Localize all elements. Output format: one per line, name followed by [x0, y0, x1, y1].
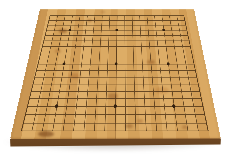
star-point: [167, 62, 170, 65]
grid-cell: [125, 77, 134, 84]
grid-cell: [125, 114, 135, 122]
grid-cell: [145, 123, 156, 132]
grid-cell: [104, 123, 115, 132]
grid-cell: [94, 123, 105, 132]
grid-cell: [96, 91, 106, 98]
grid-cell: [86, 98, 96, 106]
wood-stain: [137, 119, 143, 123]
grid-cell: [116, 77, 125, 84]
grid-cell: [95, 114, 106, 122]
wood-stain: [55, 49, 61, 53]
grid-cell: [115, 114, 125, 122]
grid-cell: [135, 123, 146, 132]
grid-cell: [195, 114, 207, 122]
star-point: [115, 29, 118, 31]
grid-cell: [106, 84, 116, 91]
wood-stain: [108, 93, 118, 98]
grid-cell: [192, 98, 203, 106]
grid-cell: [145, 114, 156, 122]
star-point: [162, 29, 165, 31]
grid-cell: [84, 123, 95, 132]
grid-cell: [134, 84, 144, 91]
grid-cell: [105, 114, 115, 122]
goban-photo: [0, 0, 227, 156]
grid-cell: [125, 106, 135, 114]
grid-cell: [125, 70, 134, 77]
grid-cell: [98, 70, 107, 77]
grid-cell: [116, 70, 125, 77]
grid-cell: [85, 106, 96, 114]
grid-cell: [134, 77, 143, 84]
grid-cell: [145, 106, 155, 114]
star-point: [172, 104, 176, 108]
goban-grid: [21, 16, 209, 132]
grid-cell: [188, 77, 198, 84]
wood-stain: [125, 124, 133, 128]
grid-cell: [193, 106, 204, 114]
grid-cell: [115, 123, 125, 132]
grid-cell: [135, 98, 145, 106]
grid-cell: [97, 77, 107, 84]
grid-cell: [134, 91, 144, 98]
grid-cell: [125, 91, 135, 98]
wood-stain: [182, 125, 188, 128]
wood-stain: [155, 87, 169, 94]
grid-cell: [95, 106, 105, 114]
grid-cell: [191, 91, 202, 98]
grid-cell: [84, 114, 95, 122]
grid-cell: [125, 98, 135, 106]
wood-stain: [69, 73, 81, 79]
wood-stain: [87, 19, 92, 22]
grid-cell: [187, 70, 197, 77]
grid-cell: [116, 84, 125, 91]
grid-cell: [134, 70, 143, 77]
grid-cell: [107, 70, 116, 77]
grid-cell: [106, 77, 115, 84]
star-point: [115, 62, 118, 65]
grid-cell: [87, 91, 97, 98]
grid-cell: [135, 106, 145, 114]
grid-cell: [196, 123, 208, 132]
grid-cell: [125, 84, 134, 91]
grid-cell: [189, 84, 200, 91]
grid-cell: [115, 106, 125, 114]
grid-cell: [97, 84, 107, 91]
grid-cell: [96, 98, 106, 106]
